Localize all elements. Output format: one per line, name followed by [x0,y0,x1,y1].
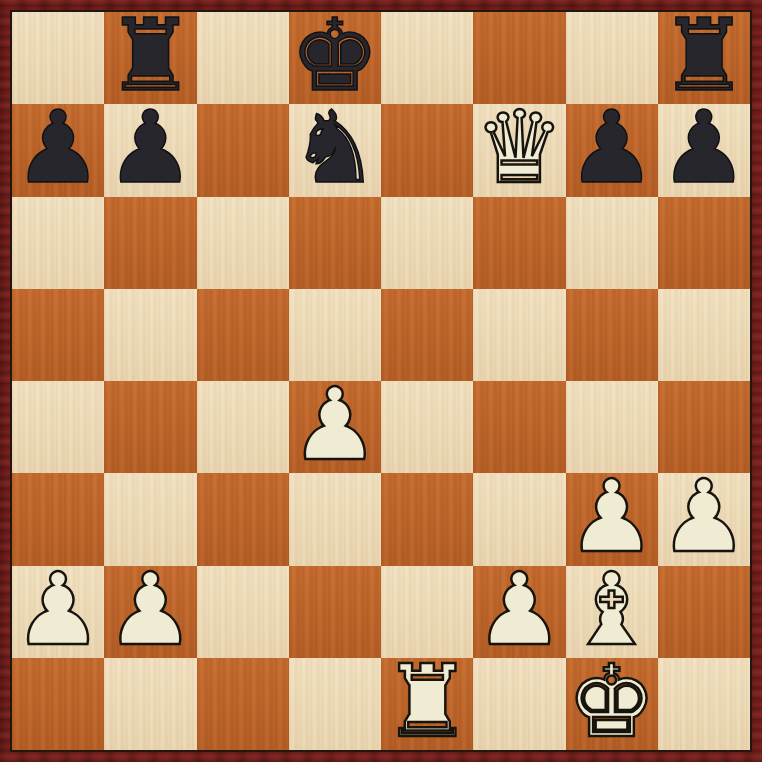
square-b6[interactable] [104,197,196,289]
square-c1[interactable] [197,658,289,750]
square-d7[interactable]: ♞ [289,104,381,196]
square-h4[interactable] [658,381,750,473]
square-d2[interactable] [289,566,381,658]
square-a4[interactable] [12,381,104,473]
square-e8[interactable] [381,12,473,104]
piece-black-pawn-a7[interactable]: ♟ [13,104,103,196]
square-g6[interactable] [566,197,658,289]
square-c7[interactable] [197,104,289,196]
square-e6[interactable] [381,197,473,289]
square-a3[interactable] [12,473,104,565]
square-h7[interactable]: ♟ [658,104,750,196]
piece-white-king-g1[interactable]: ♚ [567,658,657,750]
square-d5[interactable] [289,289,381,381]
square-g3[interactable]: ♟ [566,473,658,565]
chess-board: ♜♚♜♟♟♞♛♟♟♟♟♟♟♟♟♝♜♚ [10,10,752,752]
piece-white-pawn-h3[interactable]: ♟ [659,473,749,565]
square-e5[interactable] [381,289,473,381]
square-a2[interactable]: ♟ [12,566,104,658]
square-a6[interactable] [12,197,104,289]
square-f2[interactable]: ♟ [473,566,565,658]
square-g4[interactable] [566,381,658,473]
piece-black-knight-d7[interactable]: ♞ [290,104,380,196]
square-c3[interactable] [197,473,289,565]
square-b5[interactable] [104,289,196,381]
piece-white-pawn-a2[interactable]: ♟ [13,566,103,658]
square-a7[interactable]: ♟ [12,104,104,196]
square-a1[interactable] [12,658,104,750]
square-g2[interactable]: ♝ [566,566,658,658]
square-f6[interactable] [473,197,565,289]
square-c5[interactable] [197,289,289,381]
square-h6[interactable] [658,197,750,289]
square-d4[interactable]: ♟ [289,381,381,473]
square-f5[interactable] [473,289,565,381]
piece-white-pawn-f2[interactable]: ♟ [475,566,565,658]
board-frame: ♜♚♜♟♟♞♛♟♟♟♟♟♟♟♟♝♜♚ [0,0,762,762]
square-h3[interactable]: ♟ [658,473,750,565]
piece-black-pawn-b7[interactable]: ♟ [106,104,196,196]
piece-white-pawn-b2[interactable]: ♟ [106,566,196,658]
square-b1[interactable] [104,658,196,750]
piece-white-queen-f7[interactable]: ♛ [475,104,565,196]
piece-black-rook-h8[interactable]: ♜ [659,12,749,104]
square-f4[interactable] [473,381,565,473]
square-h8[interactable]: ♜ [658,12,750,104]
piece-white-pawn-g3[interactable]: ♟ [567,473,657,565]
square-d8[interactable]: ♚ [289,12,381,104]
square-d1[interactable] [289,658,381,750]
piece-black-pawn-g7[interactable]: ♟ [567,104,657,196]
square-e3[interactable] [381,473,473,565]
square-b4[interactable] [104,381,196,473]
square-e2[interactable] [381,566,473,658]
square-e1[interactable]: ♜ [381,658,473,750]
piece-white-rook-e1[interactable]: ♜ [382,658,472,750]
square-g8[interactable] [566,12,658,104]
square-b2[interactable]: ♟ [104,566,196,658]
square-h5[interactable] [658,289,750,381]
piece-black-pawn-h7[interactable]: ♟ [659,104,749,196]
square-b3[interactable] [104,473,196,565]
square-h2[interactable] [658,566,750,658]
piece-white-pawn-d4[interactable]: ♟ [290,381,380,473]
square-g5[interactable] [566,289,658,381]
square-b7[interactable]: ♟ [104,104,196,196]
square-c8[interactable] [197,12,289,104]
square-f3[interactable] [473,473,565,565]
square-h1[interactable] [658,658,750,750]
square-c2[interactable] [197,566,289,658]
square-d3[interactable] [289,473,381,565]
piece-white-bishop-g2[interactable]: ♝ [567,566,657,658]
square-g7[interactable]: ♟ [566,104,658,196]
square-c4[interactable] [197,381,289,473]
square-b8[interactable]: ♜ [104,12,196,104]
square-a8[interactable] [12,12,104,104]
piece-black-rook-b8[interactable]: ♜ [106,12,196,104]
piece-black-king-d8[interactable]: ♚ [290,12,380,104]
square-e4[interactable] [381,381,473,473]
square-a5[interactable] [12,289,104,381]
square-f1[interactable] [473,658,565,750]
square-c6[interactable] [197,197,289,289]
square-g1[interactable]: ♚ [566,658,658,750]
square-e7[interactable] [381,104,473,196]
square-f7[interactable]: ♛ [473,104,565,196]
square-f8[interactable] [473,12,565,104]
square-d6[interactable] [289,197,381,289]
